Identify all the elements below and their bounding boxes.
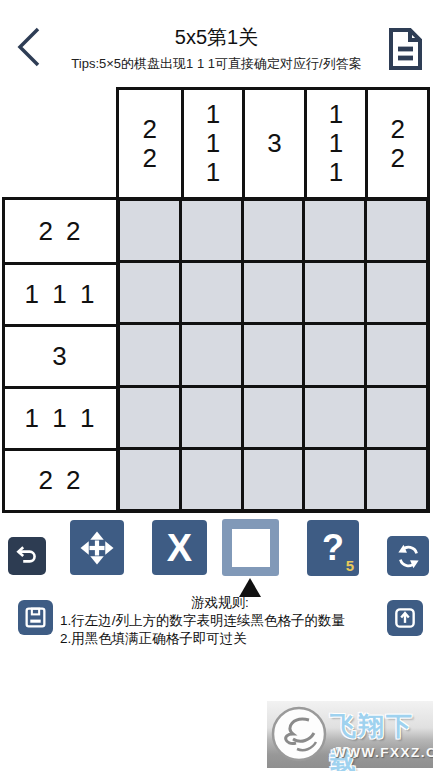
undo-arrow-icon: [14, 543, 40, 569]
col-clue-1: 2 2: [119, 90, 181, 197]
grid-cell[interactable]: [182, 450, 241, 509]
grid-cell[interactable]: [305, 450, 364, 509]
grid-cell[interactable]: [305, 388, 364, 447]
level-list-button[interactable]: [384, 25, 426, 73]
col-clue-2: 1 1 1: [181, 90, 243, 197]
grid-cell[interactable]: [244, 325, 303, 384]
grid-cell[interactable]: [244, 450, 303, 509]
grid-cell[interactable]: [367, 388, 426, 447]
grid-cell[interactable]: [305, 263, 364, 322]
grid-cell[interactable]: [367, 325, 426, 384]
rules-text: 游戏规则: 1.行左边/列上方的数字表明连续黑色格子的数量 2.用黑色填满正确格…: [60, 594, 380, 648]
watermark-name: 飞翔下载: [330, 709, 433, 771]
rules-line-2: 2.用黑色填满正确格子即可过关: [60, 630, 380, 648]
grid-cell[interactable]: [244, 201, 303, 260]
grid-cell[interactable]: [182, 388, 241, 447]
grid-cell[interactable]: [244, 263, 303, 322]
watermark-url: WWW.FXXZ.COM: [333, 745, 433, 760]
row-clue-5: 2 2: [5, 448, 117, 510]
move-button[interactable]: [70, 520, 124, 575]
share-button[interactable]: [387, 600, 423, 636]
undo-button[interactable]: [8, 537, 46, 575]
grid-cell[interactable]: [120, 325, 179, 384]
refresh-button[interactable]: [387, 536, 429, 576]
row-clue-4: 1 1 1: [5, 386, 117, 448]
puzzle-grid: [116, 197, 430, 513]
grid-cell[interactable]: [305, 325, 364, 384]
nonogram-app: 5x5第1关 Tips:5×5的棋盘出现1 1 1可直接确定对应行/列答案 2 …: [0, 0, 433, 771]
row-clue-3: 3: [5, 324, 117, 386]
tips-text: Tips:5×5的棋盘出现1 1 1可直接确定对应行/列答案: [0, 55, 433, 73]
refresh-icon: [395, 543, 422, 570]
col-clue-3: 3: [242, 90, 304, 197]
watermark: 飞翔下载 WWW.FXXZ.COM: [267, 701, 433, 768]
grid-cell[interactable]: [182, 263, 241, 322]
move-arrows-icon: [79, 530, 115, 566]
rules-line-1: 1.行左边/列上方的数字表明连续黑色格子的数量: [60, 612, 380, 630]
x-mark-label: X: [167, 529, 192, 567]
grid-cell[interactable]: [367, 263, 426, 322]
grid-cell[interactable]: [244, 388, 303, 447]
column-clues: 2 2 1 1 1 3 1 1 1 2 2: [116, 87, 430, 197]
row-clue-2: 1 1 1: [5, 262, 117, 324]
grid-cell[interactable]: [120, 263, 179, 322]
grid-cell[interactable]: [182, 325, 241, 384]
grid-cell[interactable]: [120, 450, 179, 509]
save-floppy-icon: [23, 605, 48, 630]
grid-cell[interactable]: [120, 201, 179, 260]
grid-cell[interactable]: [367, 450, 426, 509]
grid-cell[interactable]: [367, 201, 426, 260]
row-clues: 2 2 1 1 1 3 1 1 1 2 2: [2, 197, 117, 513]
grid-cell[interactable]: [305, 201, 364, 260]
col-clue-5: 2 2: [365, 90, 427, 197]
document-icon: [384, 25, 426, 73]
fxxz-logo-icon: [269, 704, 329, 764]
col-clue-4: 1 1 1: [304, 90, 366, 197]
save-button[interactable]: [18, 600, 53, 635]
hint-count-badge: 5: [346, 558, 354, 573]
rules-heading: 游戏规则:: [60, 594, 380, 612]
grid-cell[interactable]: [120, 388, 179, 447]
page-title: 5x5第1关: [0, 24, 433, 51]
white-square-icon: [232, 529, 270, 567]
upload-icon: [392, 605, 418, 631]
hint-button[interactable]: ? 5: [307, 520, 359, 576]
hint-label: ?: [322, 530, 344, 566]
fill-white-button[interactable]: [222, 519, 279, 576]
row-clue-1: 2 2: [5, 200, 117, 262]
grid-cell[interactable]: [182, 201, 241, 260]
mark-x-button[interactable]: X: [152, 520, 207, 575]
